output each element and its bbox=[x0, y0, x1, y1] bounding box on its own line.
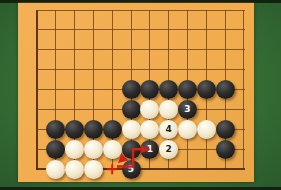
black-stone[interactable] bbox=[65, 120, 84, 139]
black-stone[interactable] bbox=[46, 120, 65, 139]
white-stone[interactable] bbox=[46, 160, 65, 179]
black-stone[interactable] bbox=[216, 140, 235, 159]
black-stone[interactable] bbox=[197, 80, 216, 99]
white-stone[interactable] bbox=[197, 120, 216, 139]
grid-line-horizontal bbox=[36, 49, 245, 50]
white-stone[interactable] bbox=[140, 100, 159, 119]
black-stone[interactable]: 1 bbox=[140, 140, 159, 159]
grid-line-horizontal bbox=[36, 29, 245, 30]
grid-line-horizontal bbox=[36, 69, 245, 70]
white-stone[interactable] bbox=[84, 160, 103, 179]
black-stone[interactable] bbox=[122, 80, 141, 99]
white-stone[interactable] bbox=[159, 100, 178, 119]
white-stone[interactable] bbox=[140, 120, 159, 139]
black-stone[interactable]: 3 bbox=[178, 100, 197, 119]
black-stone[interactable] bbox=[122, 100, 141, 119]
screenshot-root: 34125 bbox=[0, 0, 281, 190]
black-stone[interactable] bbox=[178, 80, 197, 99]
white-stone[interactable] bbox=[84, 140, 103, 159]
black-stone[interactable] bbox=[140, 80, 159, 99]
black-stone[interactable] bbox=[216, 120, 235, 139]
black-stone[interactable] bbox=[103, 120, 122, 139]
black-stone[interactable]: 5 bbox=[122, 160, 141, 179]
white-stone[interactable]: 2 bbox=[159, 140, 178, 159]
letterbox-bottom bbox=[0, 187, 281, 190]
grid-line-vertical bbox=[243, 10, 244, 170]
move-number-label: 5 bbox=[122, 160, 141, 179]
black-stone[interactable] bbox=[159, 80, 178, 99]
white-stone[interactable] bbox=[122, 120, 141, 139]
black-stone[interactable] bbox=[84, 120, 103, 139]
move-number-label: 2 bbox=[159, 140, 178, 159]
white-stone[interactable] bbox=[65, 160, 84, 179]
move-number-label: 1 bbox=[140, 140, 159, 159]
letterbox-top bbox=[0, 0, 281, 3]
grid-line-vertical bbox=[36, 10, 38, 170]
grid-line-horizontal bbox=[36, 10, 245, 11]
white-stone[interactable] bbox=[65, 140, 84, 159]
white-stone[interactable] bbox=[103, 140, 122, 159]
go-board[interactable]: 34125 bbox=[18, 2, 254, 182]
black-stone[interactable] bbox=[46, 140, 65, 159]
move-number-label: 3 bbox=[178, 100, 197, 119]
black-stone[interactable] bbox=[122, 140, 141, 159]
black-stone[interactable] bbox=[216, 80, 235, 99]
white-stone[interactable] bbox=[178, 120, 197, 139]
move-number-label: 4 bbox=[159, 120, 178, 139]
white-stone[interactable]: 4 bbox=[159, 120, 178, 139]
